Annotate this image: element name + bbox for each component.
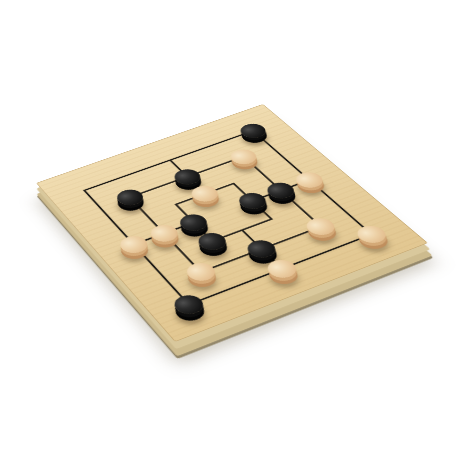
black-piece-b6[interactable] bbox=[112, 187, 147, 208]
board-grid bbox=[62, 118, 397, 321]
white-piece-f6[interactable] bbox=[226, 147, 261, 167]
white-piece-d1[interactable] bbox=[262, 257, 301, 281]
white-piece-b2[interactable] bbox=[182, 260, 220, 284]
white-piece-f2[interactable] bbox=[302, 215, 340, 238]
point-b2[interactable] bbox=[176, 256, 226, 288]
point-f6[interactable] bbox=[221, 144, 267, 170]
point-b6[interactable] bbox=[107, 184, 153, 212]
morris-board bbox=[36, 104, 428, 342]
photo-background bbox=[0, 0, 458, 458]
black-piece-a1[interactable] bbox=[169, 292, 208, 317]
black-piece-g7[interactable] bbox=[236, 121, 270, 140]
point-f2[interactable] bbox=[296, 212, 346, 242]
